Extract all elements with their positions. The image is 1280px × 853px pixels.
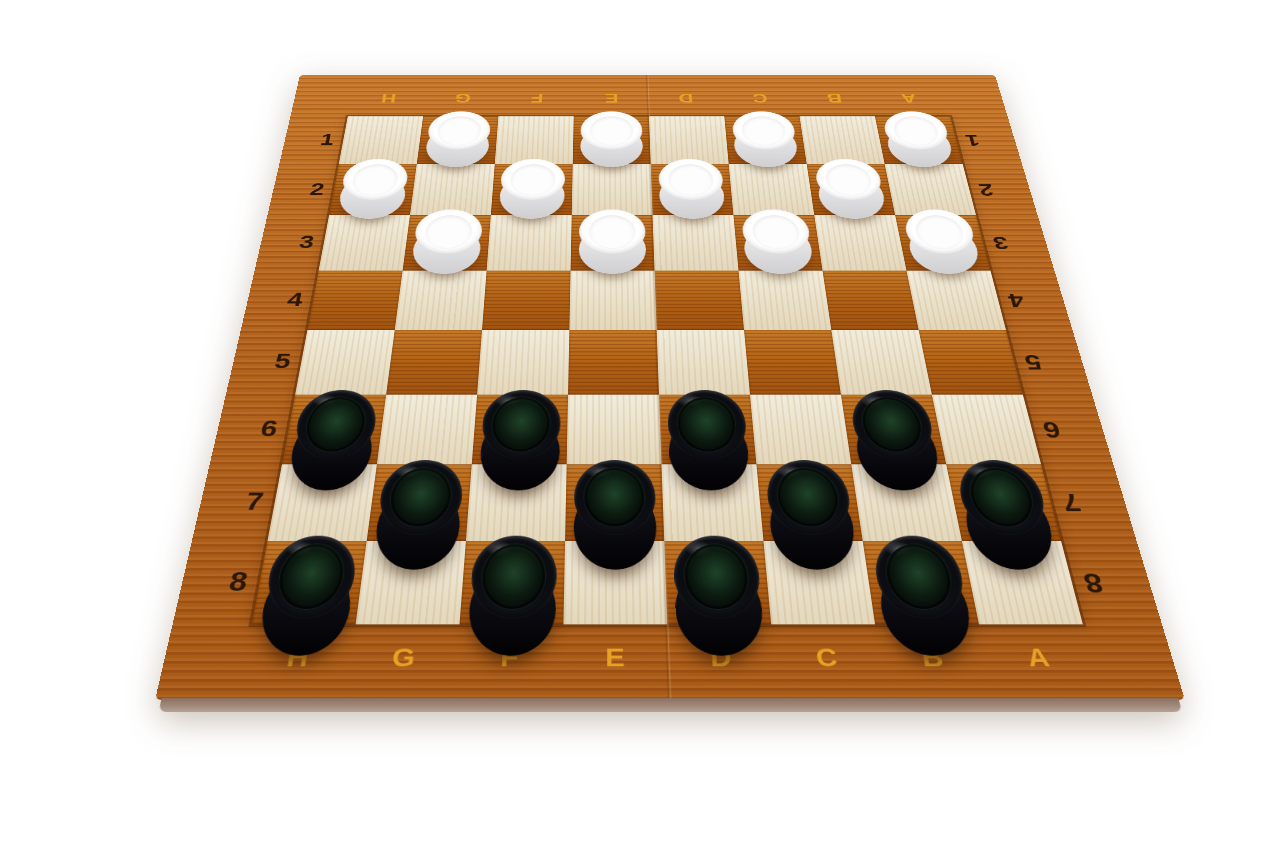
- square-f3[interactable]: [487, 215, 572, 270]
- square-f5[interactable]: [477, 330, 569, 394]
- board-side-edge: [158, 698, 1182, 712]
- square-g2[interactable]: [410, 164, 495, 215]
- square-b1[interactable]: [800, 116, 885, 164]
- white-piece-b2[interactable]: [813, 159, 888, 219]
- square-h4[interactable]: [307, 270, 402, 330]
- white-piece-g1[interactable]: [424, 112, 492, 168]
- white-piece-e1[interactable]: [580, 112, 643, 168]
- photo-scene: HGFEDCBA HGFEDCBA 12345678 12345678: [0, 0, 1280, 853]
- square-d5[interactable]: [657, 330, 750, 394]
- white-piece-f2[interactable]: [498, 159, 565, 219]
- square-c5[interactable]: [744, 330, 841, 394]
- square-c6[interactable]: [750, 394, 851, 464]
- square-h3[interactable]: [319, 215, 410, 270]
- square-d1[interactable]: [649, 116, 729, 164]
- square-h5[interactable]: [295, 330, 395, 394]
- square-g5[interactable]: [386, 330, 482, 394]
- square-f1[interactable]: [495, 116, 574, 164]
- black-piece-c7[interactable]: [764, 460, 859, 570]
- square-b4[interactable]: [822, 270, 918, 330]
- piece-top-face: [573, 460, 656, 535]
- square-e2[interactable]: [572, 164, 653, 215]
- square-e6[interactable]: [567, 394, 662, 464]
- square-b3[interactable]: [814, 215, 906, 270]
- square-b5[interactable]: [831, 330, 932, 394]
- black-piece-e7[interactable]: [573, 460, 657, 570]
- black-piece-d8[interactable]: [672, 536, 765, 656]
- white-piece-c3[interactable]: [741, 210, 815, 274]
- square-h1[interactable]: [339, 116, 423, 164]
- white-piece-g3[interactable]: [410, 210, 483, 274]
- square-e4[interactable]: [569, 270, 656, 330]
- square-d4[interactable]: [655, 270, 744, 330]
- square-e5[interactable]: [568, 330, 659, 394]
- checkers-board: HGFEDCBA HGFEDCBA 12345678 12345678: [155, 75, 1185, 700]
- black-piece-f8[interactable]: [466, 536, 558, 656]
- black-piece-g7[interactable]: [371, 460, 464, 570]
- white-piece-c1[interactable]: [731, 112, 800, 168]
- square-a5[interactable]: [919, 330, 1023, 394]
- white-piece-h2[interactable]: [336, 159, 410, 219]
- black-piece-d6[interactable]: [666, 390, 751, 490]
- square-g4[interactable]: [395, 270, 487, 330]
- square-g6[interactable]: [377, 394, 477, 464]
- white-piece-d2[interactable]: [658, 159, 726, 219]
- square-c2[interactable]: [729, 164, 815, 215]
- piece-top-face: [658, 159, 724, 200]
- board-shadow-wrap: HGFEDCBA HGFEDCBA 12345678 12345678: [0, 0, 1280, 853]
- square-a2[interactable]: [885, 164, 976, 215]
- square-c4[interactable]: [738, 270, 831, 330]
- square-d3[interactable]: [653, 215, 739, 270]
- white-piece-e3[interactable]: [579, 210, 647, 274]
- black-piece-f6[interactable]: [478, 390, 561, 490]
- playing-field: [252, 116, 1083, 624]
- square-a4[interactable]: [906, 270, 1006, 330]
- square-a6[interactable]: [932, 394, 1041, 464]
- square-f4[interactable]: [482, 270, 571, 330]
